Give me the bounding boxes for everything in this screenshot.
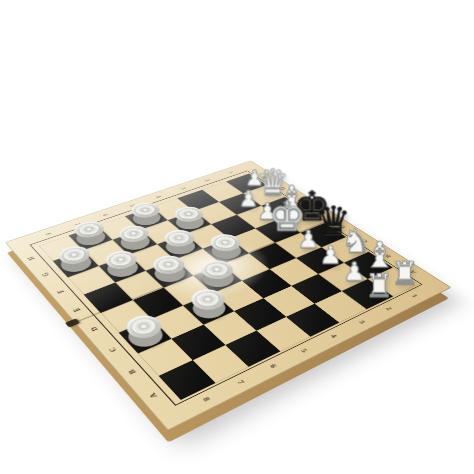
white-pawn: ♟ xyxy=(245,167,264,189)
rank-label-far-6: 6 xyxy=(98,211,112,219)
square-r7c8: ♝ xyxy=(344,252,393,279)
rank-label-far-4: 4 xyxy=(151,193,165,201)
rank-label-2: 2 xyxy=(379,303,398,315)
file-label-far-B: B xyxy=(380,251,397,261)
white-pawn: ♟ xyxy=(343,259,366,285)
square-r2c1 xyxy=(53,250,99,277)
rank-label-1: 1 xyxy=(405,290,423,301)
rank-label-4: 4 xyxy=(324,330,343,343)
file-label-far-G: G xyxy=(276,185,290,192)
white-bishop: ♝ xyxy=(278,182,307,214)
square-r8c8: ♜ xyxy=(368,267,418,296)
rank-label-7: 7 xyxy=(230,375,250,390)
rank-label-far-1: 1 xyxy=(224,169,238,176)
file-label-D: D xyxy=(86,323,103,335)
file-label-far-E: E xyxy=(314,209,329,217)
chess-board: ♟♟♛♟♝♚♚♟♛♟♞♟♝♜♜ AABBCCDDEEFFGGHH88776655… xyxy=(5,160,451,430)
rank-label-8: 8 xyxy=(196,392,216,407)
white-bishop: ♝ xyxy=(364,237,396,273)
file-label-far-F: F xyxy=(295,197,310,205)
file-label-far-H: H xyxy=(258,173,272,180)
product-photo-scene: ♟♟♛♟♝♚♚♟♛♟♞♟♝♜♜ AABBCCDDEEFFGGHH88776655… xyxy=(0,0,474,474)
square-r8c1 xyxy=(159,360,216,400)
chess-board-3d-wrap: ♟♟♛♟♝♚♚♟♛♟♞♟♝♜♜ AABBCCDDEEFFGGHH88776655… xyxy=(5,160,451,430)
file-label-C: C xyxy=(104,343,122,356)
white-rook: ♜ xyxy=(391,258,419,289)
white-pawn: ♟ xyxy=(319,243,342,268)
rank-label-far-8: 8 xyxy=(40,230,54,239)
file-label-H: H xyxy=(24,253,39,263)
file-label-far-C: C xyxy=(357,236,373,245)
rank-label-5: 5 xyxy=(294,344,313,357)
rank-label-6: 6 xyxy=(263,359,283,373)
file-label-far-A: A xyxy=(404,267,422,277)
file-label-F: F xyxy=(53,286,69,297)
file-label-far-D: D xyxy=(335,222,351,231)
rank-label-far-2: 2 xyxy=(200,177,214,184)
file-label-A: A xyxy=(144,388,164,403)
file-label-G: G xyxy=(38,269,53,279)
square-r4c5 xyxy=(203,238,249,264)
rank-label-3: 3 xyxy=(352,316,371,328)
file-label-B: B xyxy=(123,365,142,379)
file-label-E: E xyxy=(69,304,86,316)
board-grid: ♟♟♛♟♝♚♚♟♛♟♞♟♝♜♜ xyxy=(39,174,419,400)
rank-label-far-3: 3 xyxy=(176,185,190,192)
